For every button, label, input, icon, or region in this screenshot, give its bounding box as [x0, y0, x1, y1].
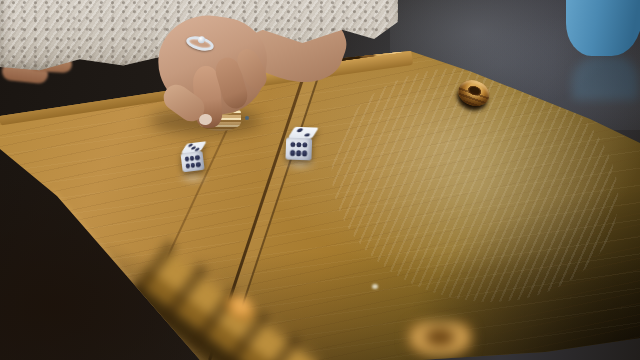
die — [285, 127, 314, 161]
die-reflection — [176, 172, 210, 184]
checker — [455, 76, 493, 110]
die-pip — [185, 163, 190, 168]
white-glint — [372, 284, 378, 289]
die — [179, 142, 206, 173]
die-pip — [184, 156, 189, 161]
die-pip — [290, 150, 295, 155]
checker-blurred — [408, 322, 472, 356]
die-pip — [302, 142, 307, 147]
blue-cup — [566, 0, 640, 56]
die-top-face — [288, 127, 319, 139]
die-pip — [191, 163, 196, 168]
die-pip — [303, 133, 310, 137]
die-pip — [190, 156, 195, 161]
photo-scene — [0, 0, 640, 360]
die-front-face — [285, 138, 312, 161]
die-pip — [290, 142, 295, 147]
die-pip — [195, 155, 200, 160]
die-front-face — [180, 151, 204, 173]
die-pip — [302, 151, 307, 156]
die-pip — [296, 142, 301, 147]
die-pip — [196, 162, 201, 167]
cup-reflection — [572, 56, 638, 100]
die-pip — [296, 151, 301, 156]
die-pip — [296, 128, 303, 132]
